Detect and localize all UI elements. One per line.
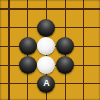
black-stone — [37, 19, 55, 37]
black-stone — [19, 56, 37, 74]
white-stone — [37, 56, 55, 74]
black-stone — [56, 37, 74, 55]
go-board[interactable]: A — [0, 0, 100, 100]
black-stone: A — [37, 75, 55, 93]
black-stone — [19, 37, 37, 55]
black-stone — [56, 56, 74, 74]
white-stone — [37, 37, 55, 55]
stone-label-a: A — [43, 79, 50, 88]
